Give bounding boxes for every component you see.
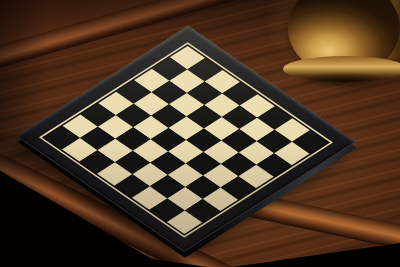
lamp-shadow — [278, 68, 400, 92]
photo-scene — [0, 0, 400, 267]
